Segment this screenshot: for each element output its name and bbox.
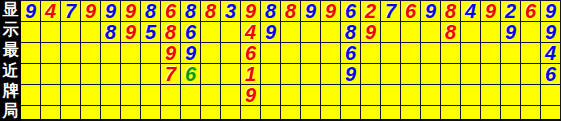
round-number: 4 — [45, 1, 56, 21]
cell-r1c3: 7 — [61, 1, 81, 22]
cell-r4c22 — [441, 64, 461, 85]
cell-r5c18 — [361, 85, 381, 106]
cell-r6c10 — [201, 106, 221, 119]
cell-r4c18 — [361, 64, 381, 85]
cell-r1c23: 4 — [461, 1, 481, 22]
cell-r4c5 — [101, 64, 121, 85]
round-number: 6 — [525, 1, 536, 21]
round-number: 2 — [365, 1, 376, 21]
cell-r1c19: 7 — [381, 1, 401, 22]
round-number: 6 — [345, 1, 356, 21]
cell-r3c15 — [301, 43, 321, 64]
cell-r1c24: 9 — [481, 1, 501, 22]
cell-r5c2 — [41, 85, 61, 106]
round-number: 1 — [245, 64, 256, 84]
cell-r3c16 — [321, 43, 341, 64]
cell-r4c2 — [41, 64, 61, 85]
cell-r3c9: 9 — [181, 43, 201, 64]
cell-r6c9 — [181, 106, 201, 119]
cell-r6c21 — [421, 106, 441, 119]
cell-r5c5 — [101, 85, 121, 106]
cell-r5c19 — [381, 85, 401, 106]
cell-r2c25: 9 — [501, 22, 521, 43]
cell-r4c20 — [401, 64, 421, 85]
round-number: 9 — [245, 85, 256, 105]
cell-r5c27 — [541, 85, 561, 106]
cell-r3c2 — [41, 43, 61, 64]
cell-r6c3 — [61, 106, 81, 119]
cell-r1c14: 8 — [281, 1, 301, 22]
cell-r1c6: 9 — [121, 1, 141, 22]
title-char: 最 — [0, 40, 21, 60]
cell-r6c5 — [101, 106, 121, 119]
cell-r2c5: 8 — [101, 22, 121, 43]
cell-r1c22: 8 — [441, 1, 461, 22]
round-number: 6 — [165, 1, 176, 21]
cell-r6c17 — [341, 106, 361, 119]
cell-r2c3 — [61, 22, 81, 43]
cell-r6c22 — [441, 106, 461, 119]
cell-r3c1 — [21, 43, 41, 64]
cell-r3c25 — [501, 43, 521, 64]
round-number: 4 — [545, 43, 556, 63]
cell-r2c2 — [41, 22, 61, 43]
cell-r1c15: 9 — [301, 1, 321, 22]
round-number: 8 — [345, 22, 356, 42]
round-number: 6 — [405, 1, 416, 21]
cell-r4c11 — [221, 64, 241, 85]
cell-r4c15 — [301, 64, 321, 85]
cell-r3c20 — [401, 43, 421, 64]
cell-r6c23 — [461, 106, 481, 119]
round-number: 9 — [425, 1, 436, 21]
round-number: 9 — [185, 43, 196, 63]
round-number: 9 — [305, 1, 316, 21]
cell-r6c6 — [121, 106, 141, 119]
cell-r2c6: 9 — [121, 22, 141, 43]
cell-r3c19 — [381, 43, 401, 64]
cell-r6c13 — [261, 106, 281, 119]
cell-r5c1 — [21, 85, 41, 106]
cell-r3c3 — [61, 43, 81, 64]
cell-r2c9: 6 — [181, 22, 201, 43]
round-number: 2 — [505, 1, 516, 21]
round-number: 7 — [165, 64, 176, 84]
cell-r5c4 — [81, 85, 101, 106]
cell-r1c21: 9 — [421, 1, 441, 22]
cell-r1c18: 2 — [361, 1, 381, 22]
round-number: 6 — [345, 43, 356, 63]
cell-r1c12: 9 — [241, 1, 261, 22]
cell-r6c20 — [401, 106, 421, 119]
cell-r6c14 — [281, 106, 301, 119]
board-title-vertical: 显 示 最 近 牌 局 — [0, 0, 21, 121]
cell-r5c8 — [161, 85, 181, 106]
cell-r4c25 — [501, 64, 521, 85]
cell-r2c27: 9 — [541, 22, 561, 43]
round-number: 9 — [245, 1, 256, 21]
round-number: 7 — [65, 1, 76, 21]
cell-r1c5: 9 — [101, 1, 121, 22]
round-number: 9 — [125, 22, 136, 42]
cell-r2c1 — [21, 22, 41, 43]
cell-r3c24 — [481, 43, 501, 64]
cell-r6c1 — [21, 106, 41, 119]
cell-r5c14 — [281, 85, 301, 106]
round-number: 9 — [365, 22, 376, 42]
round-number: 9 — [265, 22, 276, 42]
cell-r3c11 — [221, 43, 241, 64]
cell-r2c17: 8 — [341, 22, 361, 43]
cell-r4c6 — [121, 64, 141, 85]
round-number: 9 — [25, 1, 36, 21]
cell-r3c21 — [421, 43, 441, 64]
cell-r5c9 — [181, 85, 201, 106]
cell-r1c8: 6 — [161, 1, 181, 22]
cell-r5c23 — [461, 85, 481, 106]
cell-r3c8: 9 — [161, 43, 181, 64]
cell-r6c4 — [81, 106, 101, 119]
round-number: 8 — [185, 1, 196, 21]
cell-r1c10: 8 — [201, 1, 221, 22]
cell-r6c18 — [361, 106, 381, 119]
round-number: 6 — [185, 64, 196, 84]
round-number: 9 — [485, 1, 496, 21]
cell-r5c12: 9 — [241, 85, 261, 106]
cell-r4c26 — [521, 64, 541, 85]
cell-r1c1: 9 — [21, 1, 41, 22]
cell-r4c1 — [21, 64, 41, 85]
round-number: 9 — [545, 22, 556, 42]
cell-r6c12 — [241, 106, 261, 119]
cell-r4c24 — [481, 64, 501, 85]
cell-r4c16 — [321, 64, 341, 85]
round-number: 8 — [285, 1, 296, 21]
cell-r4c19 — [381, 64, 401, 85]
title-char: 近 — [0, 61, 21, 81]
cell-r3c10 — [201, 43, 221, 64]
cell-r5c3 — [61, 85, 81, 106]
cell-r1c26: 6 — [521, 1, 541, 22]
round-number: 4 — [465, 1, 476, 21]
round-number: 7 — [385, 1, 396, 21]
round-number: 8 — [445, 22, 456, 42]
round-number: 9 — [545, 1, 556, 21]
round-number: 9 — [345, 64, 356, 84]
round-number: 8 — [205, 1, 216, 21]
round-number: 8 — [265, 1, 276, 21]
cell-r6c25 — [501, 106, 521, 119]
cell-r2c22: 8 — [441, 22, 461, 43]
cell-r1c16: 9 — [321, 1, 341, 22]
round-number: 9 — [125, 1, 136, 21]
cell-r2c13: 9 — [261, 22, 281, 43]
cell-r3c22 — [441, 43, 461, 64]
cell-r4c17: 9 — [341, 64, 361, 85]
cell-r3c7 — [141, 43, 161, 64]
cell-r2c11 — [221, 22, 241, 43]
cell-r5c7 — [141, 85, 161, 106]
cell-r3c26 — [521, 43, 541, 64]
cell-r2c7: 5 — [141, 22, 161, 43]
cell-r5c16 — [321, 85, 341, 106]
round-number: 6 — [245, 43, 256, 63]
cell-r4c3 — [61, 64, 81, 85]
cell-r5c26 — [521, 85, 541, 106]
round-number: 8 — [145, 1, 156, 21]
cell-r2c23 — [461, 22, 481, 43]
cell-r1c11: 3 — [221, 1, 241, 22]
cell-r5c21 — [421, 85, 441, 106]
cell-r2c4 — [81, 22, 101, 43]
cell-r5c20 — [401, 85, 421, 106]
cell-r4c4 — [81, 64, 101, 85]
round-number: 6 — [545, 64, 556, 84]
cell-r4c14 — [281, 64, 301, 85]
cell-r1c7: 8 — [141, 1, 161, 22]
cell-r2c21 — [421, 22, 441, 43]
title-char: 示 — [0, 20, 21, 40]
round-number: 6 — [185, 22, 196, 42]
round-number: 8 — [105, 22, 116, 42]
cell-r6c27 — [541, 106, 561, 119]
cell-r6c8 — [161, 106, 181, 119]
cell-r3c6 — [121, 43, 141, 64]
cell-r5c17 — [341, 85, 361, 106]
cell-r3c23 — [461, 43, 481, 64]
cell-r1c2: 4 — [41, 1, 61, 22]
cell-r5c15 — [301, 85, 321, 106]
cell-r4c9: 6 — [181, 64, 201, 85]
cell-r3c4 — [81, 43, 101, 64]
cell-r2c12: 4 — [241, 22, 261, 43]
cell-r2c16 — [321, 22, 341, 43]
cell-r3c13 — [261, 43, 281, 64]
number-history-grid: 9479998688398899627698492698958649898999… — [21, 0, 561, 121]
cell-r2c19 — [381, 22, 401, 43]
title-char: 牌 — [0, 81, 21, 101]
cell-r6c24 — [481, 106, 501, 119]
cell-r4c8: 7 — [161, 64, 181, 85]
cell-r6c26 — [521, 106, 541, 119]
round-number: 9 — [505, 22, 516, 42]
round-number: 4 — [245, 22, 256, 42]
round-number: 3 — [225, 1, 236, 21]
cell-r4c27: 6 — [541, 64, 561, 85]
title-char: 局 — [0, 101, 21, 121]
cell-r1c4: 9 — [81, 1, 101, 22]
round-number: 9 — [325, 1, 336, 21]
cell-r4c13 — [261, 64, 281, 85]
cell-r4c7 — [141, 64, 161, 85]
cell-r3c12: 6 — [241, 43, 261, 64]
round-number: 8 — [445, 1, 456, 21]
cell-r6c19 — [381, 106, 401, 119]
round-number: 8 — [165, 22, 176, 42]
cell-r6c2 — [41, 106, 61, 119]
cell-r2c14 — [281, 22, 301, 43]
cell-r3c27: 4 — [541, 43, 561, 64]
cell-r4c12: 1 — [241, 64, 261, 85]
cell-r2c20 — [401, 22, 421, 43]
cell-r3c17: 6 — [341, 43, 361, 64]
round-number: 9 — [85, 1, 96, 21]
cell-r1c9: 8 — [181, 1, 201, 22]
cell-r5c6 — [121, 85, 141, 106]
cell-r2c18: 9 — [361, 22, 381, 43]
cell-r4c23 — [461, 64, 481, 85]
cell-r2c15 — [301, 22, 321, 43]
cell-r1c13: 8 — [261, 1, 281, 22]
cell-r5c10 — [201, 85, 221, 106]
cell-r6c11 — [221, 106, 241, 119]
cell-r5c24 — [481, 85, 501, 106]
cell-r3c5 — [101, 43, 121, 64]
cell-r1c20: 6 — [401, 1, 421, 22]
cell-r5c25 — [501, 85, 521, 106]
cell-r5c11 — [221, 85, 241, 106]
cell-r1c27: 9 — [541, 1, 561, 22]
cell-r1c25: 2 — [501, 1, 521, 22]
cell-r2c10 — [201, 22, 221, 43]
cell-r3c14 — [281, 43, 301, 64]
round-number: 9 — [105, 1, 116, 21]
cell-r2c8: 8 — [161, 22, 181, 43]
cell-r3c18 — [361, 43, 381, 64]
trend-board-window: 显 示 最 近 牌 局 9479998688398899627698492698… — [0, 0, 561, 121]
cell-r6c16 — [321, 106, 341, 119]
round-number: 9 — [165, 43, 176, 63]
title-char: 显 — [0, 0, 21, 20]
round-number: 5 — [145, 22, 156, 42]
cell-r4c21 — [421, 64, 441, 85]
cell-r2c26 — [521, 22, 541, 43]
cell-r5c13 — [261, 85, 281, 106]
cell-r6c7 — [141, 106, 161, 119]
cell-r2c24 — [481, 22, 501, 43]
cell-r6c15 — [301, 106, 321, 119]
cell-r1c17: 6 — [341, 1, 361, 22]
cell-r4c10 — [201, 64, 221, 85]
cell-r5c22 — [441, 85, 461, 106]
